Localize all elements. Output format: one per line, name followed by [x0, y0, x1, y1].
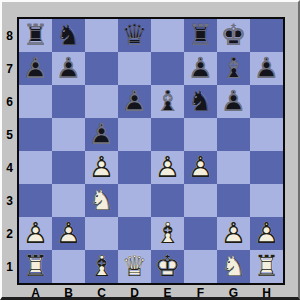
piece-glyph-detail: ♙ — [52, 217, 85, 250]
square-f8[interactable]: ♜♖ — [184, 19, 217, 52]
file-label-f: F — [184, 286, 217, 300]
piece-glyph-detail: ♙ — [184, 151, 217, 184]
file-label-b: B — [52, 286, 85, 300]
file-label-c: C — [85, 286, 118, 300]
rank-label-1: 1 — [2, 250, 17, 283]
square-f3[interactable] — [184, 184, 217, 217]
file-label-a: A — [19, 286, 52, 300]
piece-black-knight: ♞♘ — [184, 85, 217, 118]
piece-glyph-detail: ♘ — [184, 85, 217, 118]
file-label-g: G — [217, 286, 250, 300]
square-c8[interactable] — [85, 19, 118, 52]
square-f4[interactable]: ♟♙ — [184, 151, 217, 184]
square-d1[interactable]: ♛♕ — [118, 250, 151, 283]
piece-white-rook: ♜♖ — [250, 250, 283, 283]
square-e3[interactable] — [151, 184, 184, 217]
square-b6[interactable] — [52, 85, 85, 118]
square-c1[interactable]: ♝♗ — [85, 250, 118, 283]
square-c2[interactable] — [85, 217, 118, 250]
square-d7[interactable] — [118, 52, 151, 85]
square-g7[interactable]: ♝♗ — [217, 52, 250, 85]
square-h8[interactable] — [250, 19, 283, 52]
square-h3[interactable] — [250, 184, 283, 217]
piece-glyph-detail: ♕ — [118, 19, 151, 52]
piece-glyph-detail: ♔ — [151, 250, 184, 283]
piece-glyph-detail: ♘ — [52, 19, 85, 52]
square-b3[interactable] — [52, 184, 85, 217]
square-h2[interactable]: ♟♙ — [250, 217, 283, 250]
square-g1[interactable]: ♞♘ — [217, 250, 250, 283]
rank-label-3: 3 — [2, 184, 17, 217]
square-g3[interactable] — [217, 184, 250, 217]
piece-white-bishop: ♝♗ — [151, 217, 184, 250]
square-b1[interactable] — [52, 250, 85, 283]
piece-glyph-detail: ♙ — [184, 52, 217, 85]
piece-glyph-detail: ♙ — [118, 85, 151, 118]
square-e1[interactable]: ♚♔ — [151, 250, 184, 283]
piece-white-pawn: ♟♙ — [250, 217, 283, 250]
square-d3[interactable] — [118, 184, 151, 217]
file-labels: ABCDEFGH — [19, 286, 283, 299]
square-f2[interactable] — [184, 217, 217, 250]
piece-glyph-detail: ♙ — [250, 217, 283, 250]
square-h4[interactable] — [250, 151, 283, 184]
piece-black-pawn: ♟♙ — [250, 52, 283, 85]
piece-black-queen: ♛♕ — [118, 19, 151, 52]
piece-glyph-detail: ♙ — [151, 151, 184, 184]
square-c3[interactable]: ♞♘ — [85, 184, 118, 217]
piece-white-bishop: ♝♗ — [85, 250, 118, 283]
square-a1[interactable]: ♜♖ — [19, 250, 52, 283]
rank-label-8: 8 — [2, 19, 17, 52]
square-f5[interactable] — [184, 118, 217, 151]
square-e4[interactable]: ♟♙ — [151, 151, 184, 184]
piece-white-pawn: ♟♙ — [184, 151, 217, 184]
piece-white-pawn: ♟♙ — [85, 151, 118, 184]
piece-black-pawn: ♟♙ — [217, 85, 250, 118]
piece-glyph-detail: ♘ — [217, 250, 250, 283]
piece-black-king: ♚♔ — [217, 19, 250, 52]
piece-black-pawn: ♟♙ — [85, 118, 118, 151]
piece-glyph-detail: ♖ — [19, 19, 52, 52]
square-d8[interactable]: ♛♕ — [118, 19, 151, 52]
square-g5[interactable] — [217, 118, 250, 151]
piece-black-bishop: ♝♗ — [217, 52, 250, 85]
square-g2[interactable]: ♟♙ — [217, 217, 250, 250]
piece-glyph-detail: ♕ — [118, 250, 151, 283]
piece-white-queen: ♛♕ — [118, 250, 151, 283]
piece-glyph-detail: ♗ — [151, 85, 184, 118]
piece-glyph-detail: ♙ — [85, 151, 118, 184]
piece-white-knight: ♞♘ — [85, 184, 118, 217]
square-e6[interactable]: ♝♗ — [151, 85, 184, 118]
file-label-e: E — [151, 286, 184, 300]
file-label-d: D — [118, 286, 151, 300]
square-e8[interactable] — [151, 19, 184, 52]
square-g4[interactable] — [217, 151, 250, 184]
rank-label-7: 7 — [2, 52, 17, 85]
square-g6[interactable]: ♟♙ — [217, 85, 250, 118]
piece-glyph-detail: ♙ — [217, 217, 250, 250]
piece-black-pawn: ♟♙ — [118, 85, 151, 118]
square-d6[interactable]: ♟♙ — [118, 85, 151, 118]
chess-board: ♜♖♞♘♛♕♜♖♚♔♟♙♟♙♟♙♝♗♟♙♟♙♝♗♞♘♟♙♟♙♟♙♟♙♟♙♞♘♟♙… — [17, 17, 285, 285]
rank-label-6: 6 — [2, 85, 17, 118]
file-label-h: H — [250, 286, 283, 300]
square-h1[interactable]: ♜♖ — [250, 250, 283, 283]
square-f7[interactable]: ♟♙ — [184, 52, 217, 85]
square-c4[interactable]: ♟♙ — [85, 151, 118, 184]
square-g8[interactable]: ♚♔ — [217, 19, 250, 52]
piece-black-bishop: ♝♗ — [151, 85, 184, 118]
square-a6[interactable] — [19, 85, 52, 118]
piece-glyph-detail: ♔ — [217, 19, 250, 52]
rank-label-2: 2 — [2, 217, 17, 250]
piece-white-pawn: ♟♙ — [217, 217, 250, 250]
square-a8[interactable]: ♜♖ — [19, 19, 52, 52]
piece-black-rook: ♜♖ — [19, 19, 52, 52]
square-c5[interactable]: ♟♙ — [85, 118, 118, 151]
square-a3[interactable] — [19, 184, 52, 217]
piece-glyph-detail: ♖ — [250, 250, 283, 283]
piece-glyph-detail: ♖ — [19, 250, 52, 283]
piece-white-pawn: ♟♙ — [151, 151, 184, 184]
piece-glyph-detail: ♖ — [184, 19, 217, 52]
square-b5[interactable] — [52, 118, 85, 151]
piece-glyph-detail: ♗ — [151, 217, 184, 250]
square-b7[interactable]: ♟♙ — [52, 52, 85, 85]
rank-labels: 87654321 — [2, 19, 17, 283]
chess-board-window: 87654321 ABCDEFGH ♜♖♞♘♛♕♜♖♚♔♟♙♟♙♟♙♝♗♟♙♟♙… — [0, 0, 300, 300]
square-d2[interactable] — [118, 217, 151, 250]
piece-glyph-detail: ♙ — [250, 52, 283, 85]
piece-black-knight: ♞♘ — [52, 19, 85, 52]
square-a2[interactable]: ♟♙ — [19, 217, 52, 250]
piece-glyph-detail: ♙ — [19, 217, 52, 250]
piece-black-pawn: ♟♙ — [19, 52, 52, 85]
piece-glyph-detail: ♗ — [217, 52, 250, 85]
piece-black-pawn: ♟♙ — [184, 52, 217, 85]
piece-glyph-detail: ♙ — [85, 118, 118, 151]
square-h5[interactable] — [250, 118, 283, 151]
square-d4[interactable] — [118, 151, 151, 184]
square-a5[interactable] — [19, 118, 52, 151]
square-f6[interactable]: ♞♘ — [184, 85, 217, 118]
square-b2[interactable]: ♟♙ — [52, 217, 85, 250]
square-e2[interactable]: ♝♗ — [151, 217, 184, 250]
square-h6[interactable] — [250, 85, 283, 118]
piece-black-pawn: ♟♙ — [52, 52, 85, 85]
piece-white-knight: ♞♘ — [217, 250, 250, 283]
rank-label-4: 4 — [2, 151, 17, 184]
square-d5[interactable] — [118, 118, 151, 151]
square-a7[interactable]: ♟♙ — [19, 52, 52, 85]
square-c6[interactable] — [85, 85, 118, 118]
piece-glyph-detail: ♙ — [52, 52, 85, 85]
rank-label-5: 5 — [2, 118, 17, 151]
piece-glyph-detail: ♙ — [19, 52, 52, 85]
square-e7[interactable] — [151, 52, 184, 85]
piece-white-king: ♚♔ — [151, 250, 184, 283]
square-a4[interactable] — [19, 151, 52, 184]
square-b4[interactable] — [52, 151, 85, 184]
square-h7[interactable]: ♟♙ — [250, 52, 283, 85]
piece-glyph-detail: ♙ — [217, 85, 250, 118]
piece-white-pawn: ♟♙ — [52, 217, 85, 250]
piece-glyph-detail: ♗ — [85, 250, 118, 283]
square-e5[interactable] — [151, 118, 184, 151]
piece-black-rook: ♜♖ — [184, 19, 217, 52]
square-c7[interactable] — [85, 52, 118, 85]
piece-white-pawn: ♟♙ — [19, 217, 52, 250]
piece-glyph-detail: ♘ — [85, 184, 118, 217]
square-b8[interactable]: ♞♘ — [52, 19, 85, 52]
square-f1[interactable] — [184, 250, 217, 283]
piece-white-rook: ♜♖ — [19, 250, 52, 283]
